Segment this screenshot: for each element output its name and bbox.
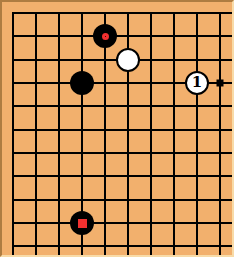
white-stone (116, 48, 140, 72)
move-number-label: 1 (192, 75, 202, 91)
black-stone (70, 71, 94, 95)
black-stone-red-circle (93, 24, 117, 48)
grid-vline (58, 12, 60, 255)
grid-vline (12, 12, 14, 255)
grid-vline (35, 12, 37, 255)
grid-hline (12, 222, 232, 224)
grid-vline (104, 12, 106, 255)
grid-vline (173, 12, 175, 255)
grid-hline (12, 199, 232, 201)
grid-hline (12, 129, 232, 131)
grid-hline (12, 105, 232, 107)
white-stone-move-1: 1 (185, 71, 209, 95)
grid-vline (196, 12, 198, 255)
grid-hline (12, 175, 232, 177)
grid-hline (12, 35, 232, 37)
grid-hline (12, 12, 232, 14)
grid-vline (150, 12, 152, 255)
grid-hline (12, 152, 232, 154)
grid-vline (219, 12, 221, 255)
black-stone-red-square (70, 211, 94, 235)
go-board-diagram: 1 (0, 0, 234, 257)
square-marked-point (217, 80, 224, 87)
red-circle-marker (102, 33, 109, 40)
red-square-marker (78, 219, 87, 228)
grid-hline (12, 245, 232, 247)
